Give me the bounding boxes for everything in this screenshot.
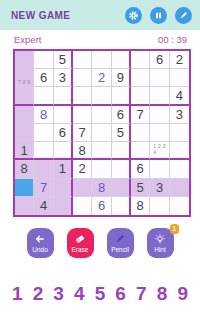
given-digit: 5 <box>117 125 124 140</box>
cell-r6c7[interactable] <box>131 142 150 160</box>
numpad-3[interactable]: 3 <box>53 283 64 305</box>
cell-r4c3[interactable] <box>54 106 73 124</box>
cell-r3c7[interactable] <box>131 87 150 105</box>
given-digit: 6 <box>156 52 163 67</box>
given-digit: 2 <box>79 161 86 176</box>
cell-r3c6[interactable] <box>112 87 131 105</box>
cell-r7c6[interactable] <box>112 160 131 178</box>
cell-r8c2[interactable]: 7 <box>34 179 53 197</box>
cell-r8c6[interactable] <box>112 179 131 197</box>
cell-r2c4[interactable] <box>73 69 92 87</box>
cell-r8c1[interactable] <box>15 179 34 197</box>
given-digit: 5 <box>137 180 144 195</box>
cell-r5c5[interactable] <box>92 124 111 142</box>
cell-r8c3[interactable] <box>54 179 73 197</box>
cell-r9c3[interactable] <box>54 197 73 215</box>
cell-r3c8[interactable] <box>150 87 169 105</box>
cell-r1c4[interactable] <box>73 51 92 69</box>
given-digit: 1 <box>59 161 66 176</box>
numpad-7[interactable]: 7 <box>136 283 147 305</box>
given-digit: 6 <box>137 161 144 176</box>
cell-r5c3[interactable]: 6 <box>54 124 73 142</box>
cell-r4c7[interactable]: 7 <box>131 106 150 124</box>
cell-r2c2[interactable]: 6 <box>34 69 53 87</box>
erase-button[interactable]: Erase <box>67 228 94 258</box>
given-digit: 8 <box>21 161 28 176</box>
given-digit: 8 <box>79 143 86 158</box>
eraser-icon <box>74 233 86 245</box>
user-digit: 6 <box>98 198 105 213</box>
cell-r5c4[interactable]: 7 <box>73 124 92 142</box>
user-digit: 8 <box>98 180 105 195</box>
cell-r9c2[interactable]: 4 <box>34 197 53 215</box>
cell-r5c2[interactable] <box>34 124 53 142</box>
cell-r3c2[interactable] <box>34 87 53 105</box>
cell-r6c4[interactable]: 8 <box>73 142 92 160</box>
cell-r4c9[interactable]: 3 <box>170 106 189 124</box>
cell-r9c6[interactable] <box>112 197 131 215</box>
cell-r2c5[interactable]: 2 <box>92 69 111 87</box>
given-digit: 7 <box>79 125 86 140</box>
cell-r2c1[interactable]: 789 <box>15 69 34 87</box>
cell-r6c8[interactable]: 1234 <box>150 142 169 160</box>
given-digit: 3 <box>156 180 163 195</box>
given-digit: 6 <box>59 125 66 140</box>
number-pad: 123456789 <box>0 283 200 305</box>
cell-r7c1[interactable]: 8 <box>15 160 34 178</box>
cell-r9c4[interactable] <box>73 197 92 215</box>
cell-r1c9[interactable]: 2 <box>170 51 189 69</box>
gear-icon <box>128 10 139 21</box>
difficulty-label: Expert <box>14 34 41 45</box>
user-digit: 8 <box>40 107 47 122</box>
timer: 00 : 39 <box>158 34 187 45</box>
undo-button[interactable]: Undo <box>27 228 54 258</box>
cell-r6c3[interactable] <box>54 142 73 160</box>
given-digit: 6 <box>117 107 124 122</box>
cell-r7c9[interactable] <box>170 160 189 178</box>
cell-r9c5[interactable]: 6 <box>92 197 111 215</box>
pause-button[interactable] <box>150 7 167 24</box>
cell-r7c2[interactable] <box>34 160 53 178</box>
cell-r2c6[interactable]: 9 <box>112 69 131 87</box>
given-digit: 3 <box>59 70 66 85</box>
given-digit: 2 <box>176 52 183 67</box>
pause-icon <box>153 10 164 21</box>
cell-r1c3[interactable]: 5 <box>54 51 73 69</box>
given-digit: 3 <box>176 107 183 122</box>
cell-r4c2[interactable]: 8 <box>34 106 53 124</box>
cell-r6c5[interactable] <box>92 142 111 160</box>
status-row: Expert 00 : 39 <box>0 30 200 49</box>
paint-brush-icon <box>178 10 189 21</box>
given-digit: 4 <box>176 88 183 103</box>
given-digit: 1 <box>21 143 28 158</box>
pencil-marks: 1234 <box>152 143 166 157</box>
cell-r4c4[interactable] <box>73 106 92 124</box>
cell-r4c6[interactable]: 6 <box>112 106 131 124</box>
undo-label: Undo <box>32 246 48 253</box>
numpad-8[interactable]: 8 <box>157 283 168 305</box>
cell-r1c6[interactable] <box>112 51 131 69</box>
cell-r3c3[interactable] <box>54 87 73 105</box>
hint-button[interactable]: 1 Hint <box>147 228 174 258</box>
cell-r8c8[interactable]: 3 <box>150 179 169 197</box>
cell-r1c5[interactable] <box>92 51 111 69</box>
cell-r6c6[interactable] <box>112 142 131 160</box>
numpad-9[interactable]: 9 <box>177 283 188 305</box>
cell-r4c5[interactable] <box>92 106 111 124</box>
user-digit: 2 <box>98 70 105 85</box>
pencil-marks: 789 <box>17 70 31 85</box>
cell-r7c7[interactable]: 6 <box>131 160 150 178</box>
cell-r8c7[interactable]: 5 <box>131 179 150 197</box>
cell-r8c4[interactable] <box>73 179 92 197</box>
cell-r5c8[interactable] <box>150 124 169 142</box>
pencil-icon <box>114 233 126 245</box>
undo-arrow-icon <box>34 233 46 245</box>
cell-r2c3[interactable]: 3 <box>54 69 73 87</box>
cell-r2c7[interactable] <box>131 69 150 87</box>
cell-r9c7[interactable]: 8 <box>131 197 150 215</box>
cell-r3c4[interactable] <box>73 87 92 105</box>
erase-label: Erase <box>72 246 89 253</box>
numpad-6[interactable]: 6 <box>115 283 126 305</box>
cell-r3c5[interactable] <box>92 87 111 105</box>
user-digit: 7 <box>40 180 47 195</box>
given-digit: 9 <box>117 70 124 85</box>
cell-r9c8[interactable] <box>150 197 169 215</box>
cell-r7c8[interactable] <box>150 160 169 178</box>
cell-r4c8[interactable] <box>150 106 169 124</box>
given-digit: 7 <box>137 107 144 122</box>
settings-button[interactable] <box>125 7 142 24</box>
numpad-2[interactable]: 2 <box>33 283 44 305</box>
given-digit: 5 <box>59 52 66 67</box>
cell-r1c1[interactable] <box>15 51 34 69</box>
cell-r1c8[interactable]: 6 <box>150 51 169 69</box>
cell-r5c1[interactable] <box>15 124 34 142</box>
cell-r1c2[interactable] <box>34 51 53 69</box>
cell-r7c3[interactable]: 1 <box>54 160 73 178</box>
cell-r2c9[interactable] <box>170 69 189 87</box>
given-digit: 8 <box>137 198 144 213</box>
cell-r2c8[interactable] <box>150 69 169 87</box>
numpad-4[interactable]: 4 <box>74 283 85 305</box>
cell-r9c9[interactable] <box>170 197 189 215</box>
cell-r3c1[interactable] <box>15 87 34 105</box>
cell-r5c7[interactable] <box>131 124 150 142</box>
given-digit: 4 <box>40 198 47 213</box>
toolbar: Undo Erase <box>0 228 200 258</box>
cell-r1c7[interactable] <box>131 51 150 69</box>
cell-r5c6[interactable]: 5 <box>112 124 131 142</box>
top-bar: NEW GAME <box>0 0 200 30</box>
cell-r6c1[interactable]: 1 <box>15 142 34 160</box>
page-title: NEW GAME <box>11 10 117 21</box>
hint-label: Hint <box>154 246 166 253</box>
cell-r6c9[interactable] <box>170 142 189 160</box>
cell-r8c5[interactable]: 8 <box>92 179 111 197</box>
cell-r8c9[interactable] <box>170 179 189 197</box>
cell-r4c1[interactable] <box>15 106 34 124</box>
sudoku-app: NEW GAME <box>0 0 200 333</box>
cell-r9c1[interactable] <box>15 197 34 215</box>
cell-r6c2[interactable] <box>34 142 53 160</box>
cell-r7c5[interactable] <box>92 160 111 178</box>
cell-r5c9[interactable] <box>170 124 189 142</box>
pencil-button[interactable]: Pencil <box>107 228 134 258</box>
lightbulb-icon <box>154 233 166 245</box>
cell-r3c9[interactable]: 4 <box>170 87 189 105</box>
pencil-label: Pencil <box>111 246 129 253</box>
sudoku-board: 56278963294867367518123481267853468 <box>13 49 191 217</box>
hint-badge: 1 <box>170 224 179 234</box>
cell-r7c4[interactable]: 2 <box>73 160 92 178</box>
given-digit: 6 <box>40 70 47 85</box>
theme-button[interactable] <box>175 7 192 24</box>
numpad-5[interactable]: 5 <box>95 283 106 305</box>
numpad-1[interactable]: 1 <box>12 283 23 305</box>
